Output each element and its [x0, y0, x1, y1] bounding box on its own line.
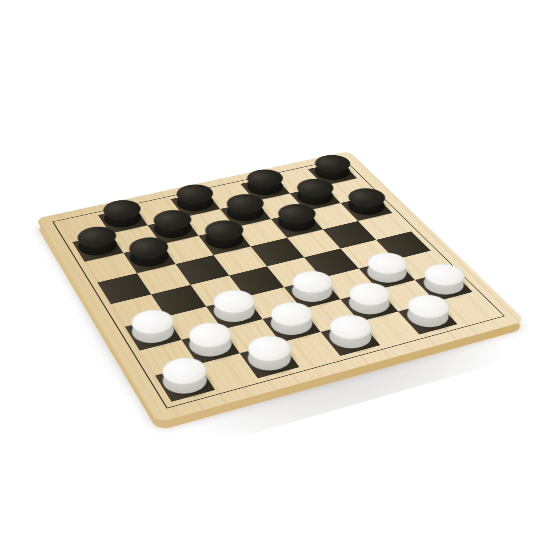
- black-checker-piece: [74, 234, 122, 261]
- white-checker-piece: [400, 303, 456, 334]
- product-photo-scene: [0, 0, 550, 550]
- checkers-board: [36, 151, 526, 423]
- square-r8-c5: [321, 322, 381, 356]
